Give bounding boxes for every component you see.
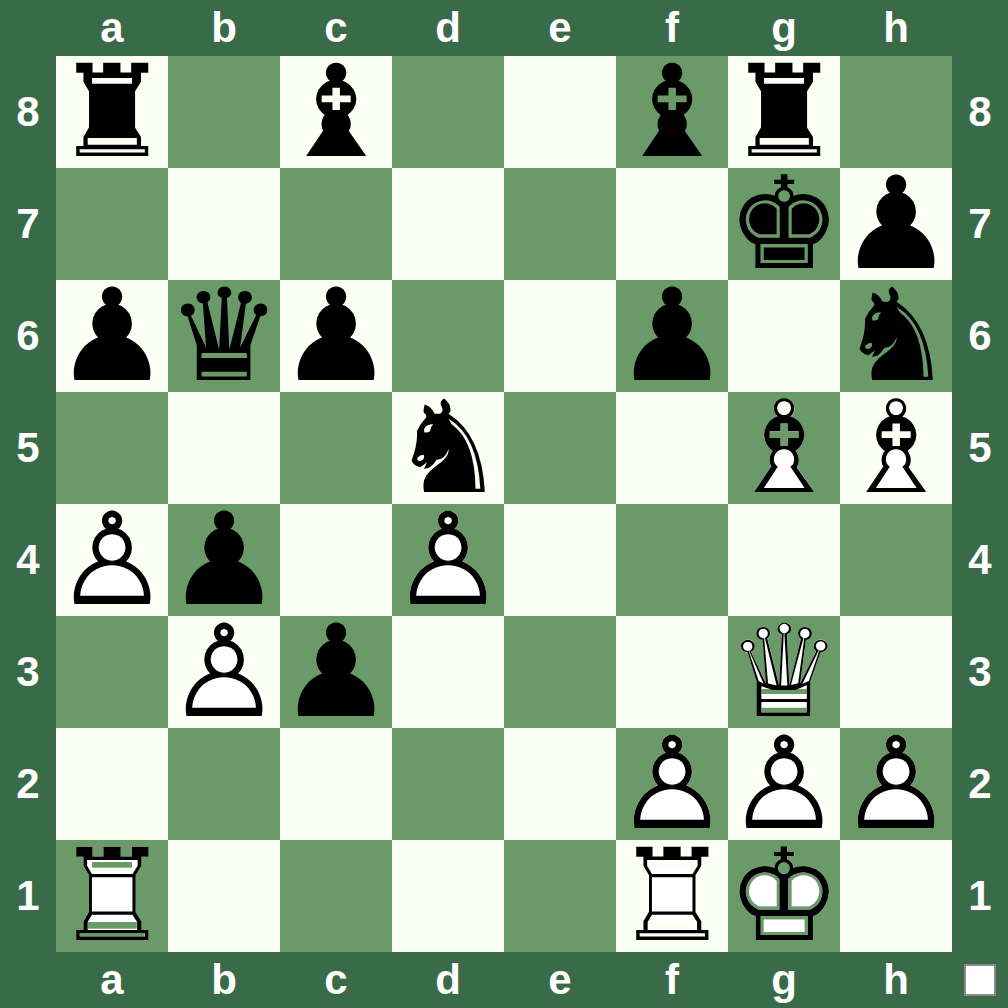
square-b3[interactable]: ♟♙ (168, 616, 280, 728)
white-pawn-outline-glyph: ♙ (168, 616, 280, 728)
square-e8[interactable] (504, 56, 616, 168)
square-f8[interactable]: ♝ (616, 56, 728, 168)
square-a4[interactable]: ♟♙ (56, 504, 168, 616)
white-pawn-outline-glyph: ♙ (392, 504, 504, 616)
black-pawn[interactable]: ♟ (616, 280, 728, 392)
black-pawn-glyph: ♟ (616, 280, 728, 392)
square-c3[interactable]: ♟ (280, 616, 392, 728)
white-pawn-outline-glyph: ♙ (840, 728, 952, 840)
white-bishop[interactable]: ♝♗ (728, 392, 840, 504)
white-rook-outline-glyph: ♖ (56, 840, 168, 952)
square-a1[interactable]: ♜♖ (56, 840, 168, 952)
chess-board-frame: a b c d e f g h 8 ♜ ♝ ♝ ♜ 8 7 ♚ ♟ 7 6 ♟ … (0, 0, 1008, 1008)
rank-label-right-1: 1 (952, 840, 1008, 952)
black-queen-glyph: ♛ (168, 280, 280, 392)
corner-bottom-right (952, 952, 1008, 1008)
square-e1[interactable] (504, 840, 616, 952)
black-king-glyph: ♚ (728, 168, 840, 280)
white-rook-outline-glyph: ♖ (616, 840, 728, 952)
rank-label-right-4: 4 (952, 504, 1008, 616)
file-label-top-e: e (504, 0, 616, 56)
white-king[interactable]: ♚♔ (728, 840, 840, 952)
white-pawn[interactable]: ♟♙ (56, 504, 168, 616)
rank-label-left-5: 5 (0, 392, 56, 504)
white-bishop-outline-glyph: ♗ (728, 392, 840, 504)
black-pawn[interactable]: ♟ (280, 280, 392, 392)
square-c8[interactable]: ♝ (280, 56, 392, 168)
black-bishop-glyph: ♝ (616, 56, 728, 168)
rank-label-right-3: 3 (952, 616, 1008, 728)
square-f6[interactable]: ♟ (616, 280, 728, 392)
file-label-top-d: d (392, 0, 504, 56)
white-king-outline-glyph: ♔ (728, 840, 840, 952)
square-e6[interactable] (504, 280, 616, 392)
square-e5[interactable] (504, 392, 616, 504)
square-e7[interactable] (504, 168, 616, 280)
square-g7[interactable]: ♚ (728, 168, 840, 280)
black-queen[interactable]: ♛ (168, 280, 280, 392)
square-c5[interactable] (280, 392, 392, 504)
square-a3[interactable] (56, 616, 168, 728)
square-e3[interactable] (504, 616, 616, 728)
rank-label-left-3: 3 (0, 616, 56, 728)
file-label-bottom-c: c (280, 952, 392, 1008)
corner-bottom-left (0, 952, 56, 1008)
white-to-move-indicator (964, 964, 996, 996)
black-pawn-glyph: ♟ (56, 280, 168, 392)
file-label-bottom-h: h (840, 952, 952, 1008)
square-a8[interactable]: ♜ (56, 56, 168, 168)
file-label-bottom-b: b (168, 952, 280, 1008)
black-pawn[interactable]: ♟ (280, 616, 392, 728)
file-label-top-b: b (168, 0, 280, 56)
square-b6[interactable]: ♛ (168, 280, 280, 392)
square-d3[interactable] (392, 616, 504, 728)
file-label-top-h: h (840, 0, 952, 56)
square-d2[interactable] (392, 728, 504, 840)
white-bishop-outline-glyph: ♗ (840, 392, 952, 504)
black-pawn-glyph: ♟ (280, 280, 392, 392)
square-h5[interactable]: ♝♗ (840, 392, 952, 504)
rank-label-left-6: 6 (0, 280, 56, 392)
black-pawn-glyph: ♟ (280, 616, 392, 728)
rank-label-left-4: 4 (0, 504, 56, 616)
rank-label-left-7: 7 (0, 168, 56, 280)
corner-top-right (952, 0, 1008, 56)
square-b1[interactable] (168, 840, 280, 952)
square-g1[interactable]: ♚♔ (728, 840, 840, 952)
square-d7[interactable] (392, 168, 504, 280)
rank-label-left-1: 1 (0, 840, 56, 952)
square-f5[interactable] (616, 392, 728, 504)
white-pawn[interactable]: ♟♙ (168, 616, 280, 728)
rank-label-right-6: 6 (952, 280, 1008, 392)
rank-label-right-5: 5 (952, 392, 1008, 504)
white-bishop[interactable]: ♝♗ (840, 392, 952, 504)
square-d1[interactable] (392, 840, 504, 952)
square-c1[interactable] (280, 840, 392, 952)
rank-label-right-8: 8 (952, 56, 1008, 168)
square-c6[interactable]: ♟ (280, 280, 392, 392)
square-d8[interactable] (392, 56, 504, 168)
white-rook[interactable]: ♜♖ (56, 840, 168, 952)
black-rook-glyph: ♜ (56, 56, 168, 168)
white-pawn[interactable]: ♟♙ (392, 504, 504, 616)
file-label-bottom-d: d (392, 952, 504, 1008)
square-a6[interactable]: ♟ (56, 280, 168, 392)
rank-label-left-8: 8 (0, 56, 56, 168)
square-g5[interactable]: ♝♗ (728, 392, 840, 504)
black-bishop-glyph: ♝ (280, 56, 392, 168)
square-c2[interactable] (280, 728, 392, 840)
rank-label-right-7: 7 (952, 168, 1008, 280)
rank-label-right-2: 2 (952, 728, 1008, 840)
square-e4[interactable] (504, 504, 616, 616)
square-e2[interactable] (504, 728, 616, 840)
square-f4[interactable] (616, 504, 728, 616)
rank-label-left-2: 2 (0, 728, 56, 840)
corner-top-left (0, 0, 56, 56)
square-f1[interactable]: ♜♖ (616, 840, 728, 952)
square-h2[interactable]: ♟♙ (840, 728, 952, 840)
white-pawn-outline-glyph: ♙ (56, 504, 168, 616)
black-bishop[interactable]: ♝ (616, 56, 728, 168)
black-bishop[interactable]: ♝ (280, 56, 392, 168)
black-pawn[interactable]: ♟ (56, 280, 168, 392)
file-label-bottom-e: e (504, 952, 616, 1008)
square-b8[interactable] (168, 56, 280, 168)
square-h4[interactable] (840, 504, 952, 616)
white-pawn[interactable]: ♟♙ (840, 728, 952, 840)
square-d4[interactable]: ♟♙ (392, 504, 504, 616)
square-b2[interactable] (168, 728, 280, 840)
square-h1[interactable] (840, 840, 952, 952)
black-king[interactable]: ♚ (728, 168, 840, 280)
white-rook[interactable]: ♜♖ (616, 840, 728, 952)
black-rook[interactable]: ♜ (56, 56, 168, 168)
